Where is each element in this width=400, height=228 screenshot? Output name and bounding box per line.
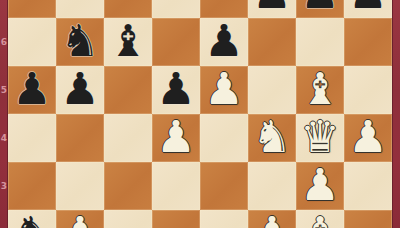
square-e5[interactable]: ♟ <box>200 66 248 114</box>
rank-label-5: 5 <box>0 84 8 96</box>
white-knight-f4[interactable]: ♞ <box>252 115 291 159</box>
rank-label-6: 6 <box>0 36 8 48</box>
board-frame-left <box>0 0 8 228</box>
square-c6[interactable]: ♝ <box>104 18 152 66</box>
black-pawn-g7[interactable]: ♟ <box>300 0 339 15</box>
square-g5[interactable]: ♝ <box>296 66 344 114</box>
square-d2[interactable] <box>152 210 200 228</box>
square-g2[interactable]: ♝ <box>296 210 344 228</box>
rank-label-4: 4 <box>0 132 8 144</box>
square-g4[interactable]: ♛ <box>296 114 344 162</box>
black-pawn-e6[interactable]: ♟ <box>204 19 243 63</box>
square-h7[interactable]: ♟ <box>344 0 392 18</box>
square-f5[interactable] <box>248 66 296 114</box>
square-a5[interactable]: ♟ <box>8 66 56 114</box>
square-d5[interactable]: ♟ <box>152 66 200 114</box>
square-e6[interactable]: ♟ <box>200 18 248 66</box>
square-g7[interactable]: ♟ <box>296 0 344 18</box>
square-e4[interactable] <box>200 114 248 162</box>
black-pawn-d5[interactable]: ♟ <box>156 67 195 111</box>
black-bishop-c6[interactable]: ♝ <box>108 19 147 63</box>
square-g6[interactable] <box>296 18 344 66</box>
square-b3[interactable] <box>56 162 104 210</box>
black-pawn-f7[interactable]: ♟ <box>252 0 291 15</box>
square-a6[interactable] <box>8 18 56 66</box>
black-pawn-b5[interactable]: ♟ <box>60 67 99 111</box>
white-queen-g4[interactable]: ♛ <box>300 115 339 159</box>
square-h6[interactable] <box>344 18 392 66</box>
square-f6[interactable] <box>248 18 296 66</box>
square-f3[interactable] <box>248 162 296 210</box>
board-grid: ♟♟♟♞♝♟♟♟♟♟♝♟♞♛♟♟♞♟♟♝ <box>8 0 392 228</box>
square-b2[interactable]: ♟ <box>56 210 104 228</box>
square-c4[interactable] <box>104 114 152 162</box>
square-a2[interactable]: ♞ <box>8 210 56 228</box>
white-bishop-g2[interactable]: ♝ <box>300 211 339 228</box>
black-knight-b6[interactable]: ♞ <box>60 19 99 63</box>
square-b5[interactable]: ♟ <box>56 66 104 114</box>
square-d4[interactable]: ♟ <box>152 114 200 162</box>
square-b4[interactable] <box>56 114 104 162</box>
square-f7[interactable]: ♟ <box>248 0 296 18</box>
square-b6[interactable]: ♞ <box>56 18 104 66</box>
square-c3[interactable] <box>104 162 152 210</box>
square-f2[interactable]: ♟ <box>248 210 296 228</box>
square-a7[interactable] <box>8 0 56 18</box>
white-pawn-f2[interactable]: ♟ <box>252 211 291 228</box>
square-a3[interactable] <box>8 162 56 210</box>
square-g3[interactable]: ♟ <box>296 162 344 210</box>
white-pawn-b2[interactable]: ♟ <box>60 211 99 228</box>
square-d3[interactable] <box>152 162 200 210</box>
square-a4[interactable] <box>8 114 56 162</box>
black-pawn-h7[interactable]: ♟ <box>348 0 387 15</box>
white-pawn-g3[interactable]: ♟ <box>300 163 339 207</box>
square-e2[interactable] <box>200 210 248 228</box>
square-h4[interactable]: ♟ <box>344 114 392 162</box>
white-pawn-d4[interactable]: ♟ <box>156 115 195 159</box>
square-f4[interactable]: ♞ <box>248 114 296 162</box>
chessboard: ♟♟♟♞♝♟♟♟♟♟♝♟♞♛♟♟♞♟♟♝ 76543 <box>0 0 400 228</box>
square-h2[interactable] <box>344 210 392 228</box>
white-bishop-g5[interactable]: ♝ <box>300 67 339 111</box>
white-pawn-h4[interactable]: ♟ <box>348 115 387 159</box>
square-d7[interactable] <box>152 0 200 18</box>
rank-label-3: 3 <box>0 180 8 192</box>
black-pawn-a5[interactable]: ♟ <box>12 67 51 111</box>
square-d6[interactable] <box>152 18 200 66</box>
square-h3[interactable] <box>344 162 392 210</box>
white-pawn-e5[interactable]: ♟ <box>204 67 243 111</box>
square-h5[interactable] <box>344 66 392 114</box>
square-c2[interactable] <box>104 210 152 228</box>
black-knight-a2[interactable]: ♞ <box>12 211 51 228</box>
square-e3[interactable] <box>200 162 248 210</box>
square-c5[interactable] <box>104 66 152 114</box>
board-frame-right <box>392 0 400 228</box>
